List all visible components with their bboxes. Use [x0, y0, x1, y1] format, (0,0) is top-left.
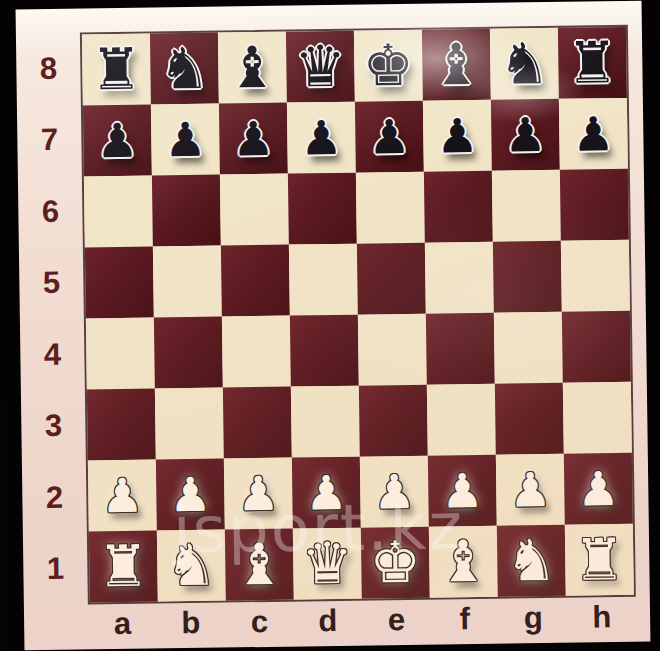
- white-knight[interactable]: ♞: [505, 532, 557, 590]
- white-bishop[interactable]: ♝: [437, 533, 489, 591]
- black-knight[interactable]: ♞: [158, 40, 210, 98]
- black-pawn[interactable]: ♟: [96, 117, 139, 165]
- file-label-f: f: [430, 601, 499, 638]
- white-pawn[interactable]: ♟: [577, 465, 620, 513]
- black-pawn[interactable]: ♟: [300, 114, 343, 162]
- black-pawn[interactable]: ♟: [368, 113, 411, 161]
- rank-label-7: 7: [17, 104, 82, 176]
- square-f7[interactable]: ♟: [423, 100, 492, 172]
- square-g3[interactable]: [495, 383, 564, 455]
- square-a1[interactable]: ♜: [89, 530, 158, 602]
- square-b1[interactable]: ♞: [157, 530, 226, 602]
- square-h6[interactable]: [560, 169, 629, 241]
- file-label-c: c: [225, 604, 294, 641]
- rank-label-3: 3: [21, 390, 86, 462]
- square-h7[interactable]: ♟: [559, 98, 628, 170]
- square-d7[interactable]: ♟: [287, 102, 356, 174]
- black-pawn[interactable]: ♟: [572, 110, 615, 158]
- square-e8[interactable]: ♚: [354, 30, 423, 102]
- square-d6[interactable]: [288, 173, 357, 245]
- black-pawn[interactable]: ♟: [436, 112, 479, 160]
- square-h3[interactable]: [563, 382, 632, 454]
- square-g5[interactable]: [493, 241, 562, 313]
- square-b2[interactable]: ♟: [156, 459, 225, 531]
- square-d4[interactable]: [290, 315, 359, 387]
- black-pawn[interactable]: ♟: [504, 111, 547, 159]
- square-g8[interactable]: ♞: [490, 28, 559, 100]
- file-label-h: h: [567, 599, 636, 636]
- rank-label-6: 6: [18, 175, 83, 247]
- rank-label-8: 8: [16, 33, 81, 105]
- square-e7[interactable]: ♟: [355, 101, 424, 173]
- square-b3[interactable]: [155, 388, 224, 460]
- square-e4[interactable]: [358, 314, 427, 386]
- white-queen[interactable]: ♛: [301, 535, 353, 593]
- white-bishop[interactable]: ♝: [233, 536, 285, 594]
- white-rook[interactable]: ♜: [97, 538, 149, 596]
- photo-background: 87654321 ♜♞♝♛♚♝♞♜♟♟♟♟♟♟♟♟♟♟♟♟♟♟♟♟♜♞♝♛♚♝♞…: [0, 0, 660, 651]
- square-h1[interactable]: ♜: [565, 524, 634, 596]
- square-c3[interactable]: [223, 387, 292, 459]
- file-labels: abcdefgh: [88, 599, 636, 643]
- square-a6[interactable]: [84, 176, 153, 248]
- square-d5[interactable]: [289, 244, 358, 316]
- square-e5[interactable]: [357, 243, 426, 315]
- white-pawn[interactable]: ♟: [441, 467, 484, 515]
- square-d3[interactable]: [291, 386, 360, 458]
- rank-label-4: 4: [20, 318, 85, 390]
- square-b5[interactable]: [153, 246, 222, 318]
- white-king[interactable]: ♚: [369, 534, 421, 592]
- square-a7[interactable]: ♟: [83, 105, 152, 177]
- square-g2[interactable]: ♟: [496, 454, 565, 526]
- white-pawn[interactable]: ♟: [373, 468, 416, 516]
- black-rook[interactable]: ♜: [566, 34, 618, 92]
- file-label-b: b: [156, 605, 225, 642]
- black-bishop[interactable]: ♝: [226, 39, 278, 97]
- square-f1[interactable]: ♝: [429, 526, 498, 598]
- square-c6[interactable]: [220, 174, 289, 246]
- black-knight[interactable]: ♞: [498, 35, 550, 93]
- square-c4[interactable]: [222, 316, 291, 388]
- file-label-g: g: [499, 600, 568, 637]
- square-a3[interactable]: [87, 388, 156, 460]
- rank-label-2: 2: [22, 461, 87, 533]
- square-e1[interactable]: ♚: [361, 527, 430, 599]
- square-f5[interactable]: [425, 242, 494, 314]
- square-d2[interactable]: ♟: [292, 457, 361, 529]
- chess-board: 87654321 ♜♞♝♛♚♝♞♜♟♟♟♟♟♟♟♟♟♟♟♟♟♟♟♟♜♞♝♛♚♝♞…: [16, 1, 651, 651]
- square-c8[interactable]: ♝: [218, 32, 287, 104]
- white-knight[interactable]: ♞: [165, 537, 217, 595]
- black-rook[interactable]: ♜: [90, 41, 142, 99]
- white-pawn[interactable]: ♟: [305, 469, 348, 517]
- square-g4[interactable]: [494, 312, 563, 384]
- file-label-e: e: [362, 602, 431, 639]
- white-pawn[interactable]: ♟: [237, 470, 280, 518]
- file-label-a: a: [88, 605, 157, 642]
- square-a8[interactable]: ♜: [82, 34, 151, 106]
- rank-labels: 87654321: [16, 33, 88, 606]
- square-a4[interactable]: [86, 318, 155, 390]
- square-g7[interactable]: ♟: [491, 99, 560, 171]
- square-a2[interactable]: ♟: [88, 459, 157, 531]
- file-label-d: d: [293, 603, 362, 640]
- square-b6[interactable]: [152, 175, 221, 247]
- black-king[interactable]: ♚: [362, 37, 414, 95]
- square-b7[interactable]: ♟: [151, 104, 220, 176]
- square-e2[interactable]: ♟: [360, 456, 429, 528]
- square-c7[interactable]: ♟: [219, 103, 288, 175]
- square-f4[interactable]: [426, 313, 495, 385]
- white-pawn[interactable]: ♟: [509, 466, 552, 514]
- rank-label-1: 1: [23, 533, 88, 605]
- black-bishop[interactable]: ♝: [430, 36, 482, 94]
- square-g1[interactable]: ♞: [497, 525, 566, 597]
- rank-label-5: 5: [19, 247, 84, 319]
- black-queen[interactable]: ♛: [294, 38, 346, 96]
- board-grid: ♜♞♝♛♚♝♞♜♟♟♟♟♟♟♟♟♟♟♟♟♟♟♟♟♜♞♝♛♚♝♞♜: [80, 25, 636, 605]
- square-b8[interactable]: ♞: [150, 33, 219, 105]
- square-e6[interactable]: [356, 172, 425, 244]
- square-c2[interactable]: ♟: [224, 458, 293, 530]
- square-f3[interactable]: [427, 384, 496, 456]
- square-c1[interactable]: ♝: [225, 529, 294, 601]
- square-e3[interactable]: [359, 385, 428, 457]
- square-f6[interactable]: [424, 171, 493, 243]
- square-h2[interactable]: ♟: [564, 453, 633, 525]
- square-h8[interactable]: ♜: [558, 27, 627, 99]
- square-g6[interactable]: [492, 170, 561, 242]
- square-h4[interactable]: [562, 311, 631, 383]
- square-f8[interactable]: ♝: [422, 29, 491, 101]
- black-pawn[interactable]: ♟: [232, 115, 275, 163]
- square-b4[interactable]: [154, 317, 223, 389]
- square-f2[interactable]: ♟: [428, 455, 497, 527]
- square-d8[interactable]: ♛: [286, 31, 355, 103]
- square-a5[interactable]: [85, 247, 154, 319]
- square-d1[interactable]: ♛: [293, 528, 362, 600]
- square-h5[interactable]: [561, 240, 630, 312]
- black-pawn[interactable]: ♟: [164, 116, 207, 164]
- white-rook[interactable]: ♜: [573, 531, 625, 589]
- white-pawn[interactable]: ♟: [101, 472, 144, 520]
- square-c5[interactable]: [221, 245, 290, 317]
- white-pawn[interactable]: ♟: [169, 471, 212, 519]
